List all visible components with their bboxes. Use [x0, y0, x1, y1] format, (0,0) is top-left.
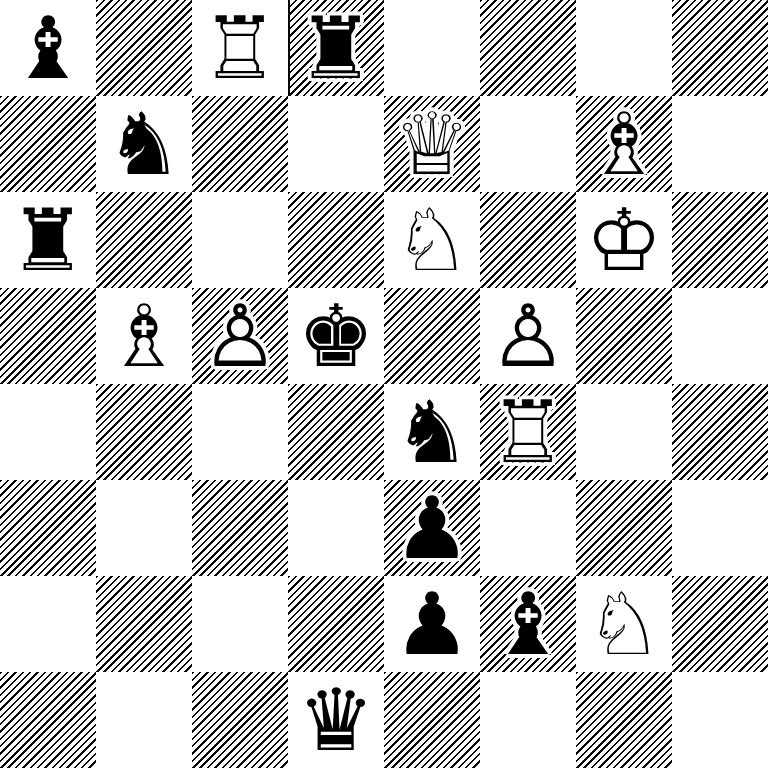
square-c7[interactable]	[192, 96, 288, 192]
piece-white-bishop: ♝♗	[105, 288, 182, 384]
square-h5[interactable]	[672, 288, 768, 384]
square-d6[interactable]	[288, 192, 384, 288]
piece-black-knight: ♞♞	[393, 384, 470, 480]
piece-black-pawn: ♟♟	[393, 480, 470, 576]
piece-glyph-black-bishop: ♝	[9, 0, 86, 96]
square-h6[interactable]	[672, 192, 768, 288]
square-c8[interactable]: ♜♖	[192, 0, 288, 96]
piece-glyph-white-pawn: ♙	[489, 288, 566, 384]
square-f2[interactable]: ♝♝	[480, 576, 576, 672]
piece-black-rook: ♜♜	[297, 0, 374, 96]
square-e5[interactable]	[384, 288, 480, 384]
square-g6[interactable]: ♚♔	[576, 192, 672, 288]
square-e6[interactable]: ♞♘	[384, 192, 480, 288]
piece-glyph-white-rook: ♖	[489, 384, 566, 480]
piece-black-pawn: ♟♟	[393, 576, 470, 672]
piece-glyph-white-knight: ♘	[585, 576, 662, 672]
piece-black-king: ♚♚	[297, 288, 374, 384]
square-a4[interactable]	[0, 384, 96, 480]
square-b7[interactable]: ♞♞	[96, 96, 192, 192]
square-f5[interactable]: ♟♙	[480, 288, 576, 384]
square-c6[interactable]	[192, 192, 288, 288]
square-f7[interactable]	[480, 96, 576, 192]
square-c1[interactable]	[192, 672, 288, 768]
square-b5[interactable]: ♝♗	[96, 288, 192, 384]
square-c4[interactable]	[192, 384, 288, 480]
piece-black-bishop: ♝♝	[9, 0, 86, 96]
square-c2[interactable]	[192, 576, 288, 672]
square-b6[interactable]	[96, 192, 192, 288]
square-d2[interactable]	[288, 576, 384, 672]
piece-glyph-white-bishop: ♗	[105, 288, 182, 384]
piece-black-rook: ♜♜	[9, 192, 86, 288]
piece-glyph-white-pawn: ♙	[201, 288, 278, 384]
square-g4[interactable]	[576, 384, 672, 480]
piece-glyph-black-pawn: ♟	[393, 576, 470, 672]
piece-glyph-white-knight: ♘	[393, 192, 470, 288]
square-h4[interactable]	[672, 384, 768, 480]
piece-white-pawn: ♟♙	[201, 288, 278, 384]
square-f6[interactable]	[480, 192, 576, 288]
piece-glyph-white-queen: ♕	[393, 96, 470, 192]
square-e2[interactable]: ♟♟	[384, 576, 480, 672]
square-a7[interactable]	[0, 96, 96, 192]
square-g5[interactable]	[576, 288, 672, 384]
square-d1[interactable]: ♛♛	[288, 672, 384, 768]
piece-glyph-black-knight: ♞	[393, 384, 470, 480]
square-a2[interactable]	[0, 576, 96, 672]
piece-white-knight: ♞♘	[585, 576, 662, 672]
square-e4[interactable]: ♞♞	[384, 384, 480, 480]
square-h2[interactable]	[672, 576, 768, 672]
square-g8[interactable]	[576, 0, 672, 96]
square-b2[interactable]	[96, 576, 192, 672]
square-g1[interactable]	[576, 672, 672, 768]
piece-white-pawn: ♟♙	[489, 288, 566, 384]
piece-glyph-black-bishop: ♝	[489, 576, 566, 672]
piece-glyph-white-bishop: ♗	[585, 96, 662, 192]
piece-white-knight: ♞♘	[393, 192, 470, 288]
square-d7[interactable]	[288, 96, 384, 192]
piece-white-bishop: ♝♗	[585, 96, 662, 192]
square-a5[interactable]	[0, 288, 96, 384]
square-g7[interactable]: ♝♗	[576, 96, 672, 192]
square-c5[interactable]: ♟♙	[192, 288, 288, 384]
piece-black-bishop: ♝♝	[489, 576, 566, 672]
square-e1[interactable]	[384, 672, 480, 768]
square-b3[interactable]	[96, 480, 192, 576]
square-d3[interactable]	[288, 480, 384, 576]
square-f8[interactable]	[480, 0, 576, 96]
piece-glyph-black-pawn: ♟	[393, 480, 470, 576]
piece-glyph-white-king: ♔	[585, 192, 662, 288]
piece-glyph-black-king: ♚	[297, 288, 374, 384]
square-g3[interactable]	[576, 480, 672, 576]
square-g2[interactable]: ♞♘	[576, 576, 672, 672]
square-edge-line-artifact	[288, 0, 290, 96]
piece-black-queen: ♛♛	[297, 672, 374, 768]
square-d4[interactable]	[288, 384, 384, 480]
square-a1[interactable]	[0, 672, 96, 768]
square-h3[interactable]	[672, 480, 768, 576]
square-f3[interactable]	[480, 480, 576, 576]
square-h1[interactable]	[672, 672, 768, 768]
square-b8[interactable]	[96, 0, 192, 96]
square-b4[interactable]	[96, 384, 192, 480]
piece-white-queen: ♛♕	[393, 96, 470, 192]
square-d5[interactable]: ♚♚	[288, 288, 384, 384]
piece-white-rook: ♜♖	[201, 0, 278, 96]
square-f1[interactable]	[480, 672, 576, 768]
square-f4[interactable]: ♜♖	[480, 384, 576, 480]
square-h7[interactable]	[672, 96, 768, 192]
square-e3[interactable]: ♟♟	[384, 480, 480, 576]
piece-glyph-white-rook: ♖	[201, 0, 278, 96]
square-d8[interactable]: ♜♜	[288, 0, 384, 96]
piece-glyph-black-rook: ♜	[297, 0, 374, 96]
square-c3[interactable]	[192, 480, 288, 576]
piece-white-rook: ♜♖	[489, 384, 566, 480]
chess-board: ♝♝♜♖♜♜♞♞♛♕♝♗♜♜♞♘♚♔♝♗♟♙♚♚♟♙♞♞♜♖♟♟♟♟♝♝♞♘♛♛	[0, 0, 768, 768]
piece-glyph-black-knight: ♞	[105, 96, 182, 192]
piece-white-king: ♚♔	[585, 192, 662, 288]
piece-glyph-black-rook: ♜	[9, 192, 86, 288]
piece-glyph-black-queen: ♛	[297, 672, 374, 768]
square-a3[interactable]	[0, 480, 96, 576]
square-a8[interactable]: ♝♝	[0, 0, 96, 96]
square-e7[interactable]: ♛♕	[384, 96, 480, 192]
square-e8[interactable]	[384, 0, 480, 96]
square-h8[interactable]	[672, 0, 768, 96]
square-a6[interactable]: ♜♜	[0, 192, 96, 288]
square-b1[interactable]	[96, 672, 192, 768]
piece-black-knight: ♞♞	[105, 96, 182, 192]
